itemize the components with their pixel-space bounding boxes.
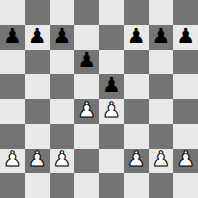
black-pawn: ♟	[102, 75, 121, 96]
square-f8[interactable]	[124, 0, 149, 25]
square-h5[interactable]	[173, 74, 198, 99]
square-h7[interactable]: ♟	[173, 25, 198, 50]
white-pawn: ♟	[52, 149, 71, 170]
square-f7[interactable]: ♟	[124, 25, 149, 50]
square-f2[interactable]: ♟	[124, 149, 149, 174]
square-c5[interactable]	[50, 74, 75, 99]
square-e3[interactable]	[99, 124, 124, 149]
square-h2[interactable]: ♟	[173, 149, 198, 174]
white-pawn: ♟	[77, 100, 96, 121]
square-f3[interactable]	[124, 124, 149, 149]
square-f4[interactable]	[124, 99, 149, 124]
square-g5[interactable]	[149, 74, 174, 99]
black-pawn: ♟	[151, 26, 170, 47]
square-g2[interactable]: ♟	[149, 149, 174, 174]
square-a8[interactable]	[0, 0, 25, 25]
square-f5[interactable]	[124, 74, 149, 99]
square-g1[interactable]	[149, 173, 174, 198]
square-g3[interactable]	[149, 124, 174, 149]
white-pawn: ♟	[28, 149, 47, 170]
black-pawn: ♟	[3, 26, 22, 47]
square-d2[interactable]	[74, 149, 99, 174]
square-e8[interactable]	[99, 0, 124, 25]
square-b4[interactable]	[25, 99, 50, 124]
square-h8[interactable]	[173, 0, 198, 25]
square-b2[interactable]: ♟	[25, 149, 50, 174]
square-g6[interactable]	[149, 50, 174, 75]
square-b8[interactable]	[25, 0, 50, 25]
square-c2[interactable]: ♟	[50, 149, 75, 174]
square-d3[interactable]	[74, 124, 99, 149]
square-f1[interactable]	[124, 173, 149, 198]
square-a6[interactable]	[0, 50, 25, 75]
square-a2[interactable]: ♟	[0, 149, 25, 174]
square-a7[interactable]: ♟	[0, 25, 25, 50]
square-e5[interactable]: ♟	[99, 74, 124, 99]
square-e7[interactable]	[99, 25, 124, 50]
black-pawn: ♟	[52, 26, 71, 47]
white-pawn: ♟	[176, 149, 195, 170]
square-g7[interactable]: ♟	[149, 25, 174, 50]
square-c1[interactable]	[50, 173, 75, 198]
square-a5[interactable]	[0, 74, 25, 99]
square-g8[interactable]	[149, 0, 174, 25]
square-b5[interactable]	[25, 74, 50, 99]
square-b7[interactable]: ♟	[25, 25, 50, 50]
square-e6[interactable]	[99, 50, 124, 75]
white-pawn: ♟	[3, 149, 22, 170]
square-c7[interactable]: ♟	[50, 25, 75, 50]
square-c4[interactable]	[50, 99, 75, 124]
square-d1[interactable]	[74, 173, 99, 198]
square-c3[interactable]	[50, 124, 75, 149]
square-d4[interactable]: ♟	[74, 99, 99, 124]
square-a4[interactable]	[0, 99, 25, 124]
square-b1[interactable]	[25, 173, 50, 198]
square-f6[interactable]	[124, 50, 149, 75]
black-pawn: ♟	[28, 26, 47, 47]
square-b3[interactable]	[25, 124, 50, 149]
square-g4[interactable]	[149, 99, 174, 124]
chess-board: ♟♟♟♟♟♟♟♟♟♟♟♟♟♟♟♟	[0, 0, 198, 198]
square-d8[interactable]	[74, 0, 99, 25]
black-pawn: ♟	[77, 50, 96, 71]
square-h6[interactable]	[173, 50, 198, 75]
square-h3[interactable]	[173, 124, 198, 149]
square-d6[interactable]: ♟	[74, 50, 99, 75]
square-h4[interactable]	[173, 99, 198, 124]
white-pawn: ♟	[127, 149, 146, 170]
square-e2[interactable]	[99, 149, 124, 174]
square-h1[interactable]	[173, 173, 198, 198]
black-pawn: ♟	[127, 26, 146, 47]
square-d5[interactable]	[74, 74, 99, 99]
square-e1[interactable]	[99, 173, 124, 198]
black-pawn: ♟	[176, 26, 195, 47]
chess-board-container: ♟♟♟♟♟♟♟♟♟♟♟♟♟♟♟♟	[0, 0, 198, 198]
square-a3[interactable]	[0, 124, 25, 149]
square-e4[interactable]: ♟	[99, 99, 124, 124]
white-pawn: ♟	[102, 100, 121, 121]
square-a1[interactable]	[0, 173, 25, 198]
square-b6[interactable]	[25, 50, 50, 75]
square-c8[interactable]	[50, 0, 75, 25]
white-pawn: ♟	[151, 149, 170, 170]
square-d7[interactable]	[74, 25, 99, 50]
square-c6[interactable]	[50, 50, 75, 75]
